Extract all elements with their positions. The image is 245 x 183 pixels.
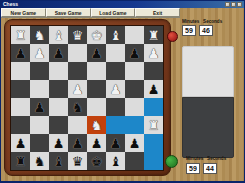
square-c5[interactable] [49,80,68,98]
top-clock: 59 46 [182,25,213,36]
square-f1[interactable]: ♝ [106,152,125,170]
menu-bar: New Game Save Game Load Game Exit [1,8,180,18]
black-king: ♚ [91,154,103,167]
white-turn-indicator-led [167,31,178,42]
square-h8[interactable]: ♜ [144,26,163,44]
black-pawn: ♟ [53,136,65,149]
square-c3[interactable] [49,116,68,134]
black-pawn: ♟ [148,82,160,95]
square-f6[interactable] [106,62,125,80]
lower-side-panel [182,97,234,158]
square-a5[interactable] [11,80,30,98]
square-e6[interactable] [87,62,106,80]
top-seconds-field[interactable]: 46 [199,25,213,36]
black-pawn: ♟ [53,46,65,59]
black-pawn: ♟ [15,136,27,149]
white-bishop: ♝ [53,28,65,41]
black-pawn: ♟ [91,136,103,149]
white-knight: ♞ [91,118,103,131]
black-knight: ♞ [34,154,46,167]
square-d7[interactable] [68,44,87,62]
square-a7[interactable]: ♟ [11,44,30,62]
bottom-minutes-label: Minutes [186,155,203,161]
square-g1[interactable] [125,152,144,170]
white-pawn: ♟ [34,46,46,59]
square-d8[interactable]: ♛ [68,26,87,44]
black-turn-indicator-led [165,155,178,168]
square-g8[interactable] [125,26,144,44]
white-rook: ♜ [15,28,27,41]
square-c6[interactable] [49,62,68,80]
square-e5[interactable] [87,80,106,98]
maximize-button[interactable] [231,2,236,7]
black-pawn: ♟ [129,46,141,59]
bottom-seconds-field[interactable]: 44 [203,163,217,174]
black-knight: ♞ [72,100,84,113]
black-bishop: ♝ [110,154,122,167]
window-title: Chess [3,1,18,8]
square-b7[interactable]: ♟ [30,44,49,62]
square-a3[interactable] [11,116,30,134]
square-h4[interactable] [144,98,163,116]
top-clock-labels: Minutes Seconds [182,18,222,24]
square-f7[interactable] [106,44,125,62]
square-d2[interactable]: ♟ [68,134,87,152]
square-h1[interactable] [144,152,163,170]
square-f4[interactable] [106,98,125,116]
black-pawn: ♟ [110,136,122,149]
square-g4[interactable] [125,98,144,116]
square-b8[interactable]: ♞ [30,26,49,44]
square-a4[interactable] [11,98,30,116]
square-b6[interactable] [30,62,49,80]
square-b3[interactable] [30,116,49,134]
square-g7[interactable]: ♟ [125,44,144,62]
upper-side-panel [182,46,234,97]
square-b5[interactable] [30,80,49,98]
black-queen: ♛ [72,154,84,167]
exit-button[interactable]: Exit [135,8,180,17]
bottom-clock-labels: Minutes Seconds [186,155,226,161]
top-seconds-label: Seconds [203,18,222,24]
square-h5[interactable]: ♟ [144,80,163,98]
square-d5[interactable]: ♟ [68,80,87,98]
chess-board: ♜♞♝♛♚♝♜♟♟♟♟♟♟♟♟♟♟♞♞♜♟♟♟♟♟♟♜♞♝♛♚♝ [11,26,163,170]
save-game-button[interactable]: Save Game [46,8,91,17]
black-pawn: ♟ [129,136,141,149]
square-e4[interactable] [87,98,106,116]
top-minutes-field[interactable]: 59 [182,25,196,36]
square-g5[interactable] [125,80,144,98]
top-minutes-label: Minutes [182,18,199,24]
square-c8[interactable]: ♝ [49,26,68,44]
white-pawn: ♟ [72,82,84,95]
square-e3[interactable]: ♞ [87,116,106,134]
square-f8[interactable]: ♝ [106,26,125,44]
square-g2[interactable]: ♟ [125,134,144,152]
black-bishop: ♝ [53,154,65,167]
square-b4[interactable]: ♟ [30,98,49,116]
square-b1[interactable]: ♞ [30,152,49,170]
square-d4[interactable]: ♞ [68,98,87,116]
square-c4[interactable] [49,98,68,116]
black-pawn: ♟ [15,46,27,59]
square-b2[interactable] [30,134,49,152]
bottom-clock: 59 44 [186,163,217,174]
square-c7[interactable]: ♟ [49,44,68,62]
new-game-button[interactable]: New Game [1,8,46,17]
window-controls [225,2,242,7]
black-pawn: ♟ [72,136,84,149]
white-pawn: ♟ [110,82,122,95]
bottom-seconds-label: Seconds [207,155,226,161]
square-g3[interactable] [125,116,144,134]
square-h3[interactable]: ♜ [144,116,163,134]
square-e7[interactable]: ♟ [87,44,106,62]
load-game-button[interactable]: Load Game [91,8,136,17]
square-f2[interactable]: ♟ [106,134,125,152]
square-d1[interactable]: ♛ [68,152,87,170]
square-a6[interactable] [11,62,30,80]
square-e1[interactable]: ♚ [87,152,106,170]
title-bar[interactable]: Chess [1,1,244,8]
square-h7[interactable]: ♟ [144,44,163,62]
close-button[interactable] [237,2,242,7]
square-c2[interactable]: ♟ [49,134,68,152]
black-pawn: ♟ [34,100,46,113]
square-a1[interactable]: ♜ [11,152,30,170]
white-knight: ♞ [34,28,46,41]
chess-app-window: Chess New Game Save Game Load Game Exit … [0,0,245,183]
square-f3[interactable] [106,116,125,134]
white-king: ♚ [91,28,103,41]
square-h6[interactable] [144,62,163,80]
black-rook: ♜ [15,154,27,167]
white-pawn: ♟ [148,46,160,59]
square-a8[interactable]: ♜ [11,26,30,44]
square-f5[interactable]: ♟ [106,80,125,98]
square-c1[interactable]: ♝ [49,152,68,170]
bottom-minutes-field[interactable]: 59 [186,163,200,174]
white-rook-selected: ♜ [148,118,160,131]
square-d3[interactable] [68,116,87,134]
square-d6[interactable] [68,62,87,80]
white-bishop: ♝ [110,28,122,41]
black-pawn: ♟ [91,46,103,59]
white-rook: ♜ [148,28,160,41]
square-e2[interactable]: ♟ [87,134,106,152]
square-g6[interactable] [125,62,144,80]
minimize-button[interactable] [225,2,230,7]
white-queen: ♛ [72,28,84,41]
square-e8[interactable]: ♚ [87,26,106,44]
square-a2[interactable]: ♟ [11,134,30,152]
square-h2[interactable] [144,134,163,152]
